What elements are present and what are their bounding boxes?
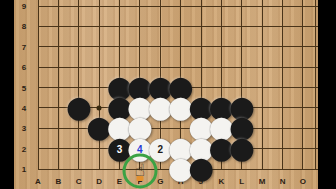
row-label: 5: [22, 83, 26, 92]
grid-line-horizontal: [38, 6, 318, 7]
column-label: K: [219, 177, 225, 186]
grid-line-horizontal: [38, 46, 318, 47]
column-label: O: [300, 177, 306, 186]
column-label: B: [55, 177, 61, 186]
right-letterbox-bar: [318, 0, 336, 189]
row-label: 7: [22, 42, 26, 51]
row-label: 3: [22, 124, 26, 133]
column-label: L: [239, 177, 244, 186]
stone-glyph: ●: [188, 153, 214, 183]
stone-glyph: ●: [229, 132, 255, 162]
stone-black: ●: [231, 138, 252, 159]
row-label: 8: [22, 22, 26, 31]
row-label: 2: [22, 144, 26, 153]
column-label: N: [280, 177, 286, 186]
column-label: E: [117, 177, 122, 186]
row-label: 4: [22, 103, 26, 112]
left-letterbox-bar: [0, 0, 14, 189]
column-label: G: [157, 177, 163, 186]
column-label: A: [35, 177, 41, 186]
column-label: C: [76, 177, 82, 186]
column-label: M: [259, 177, 266, 186]
hand-cuff: [136, 176, 143, 181]
stone-black: ●: [191, 159, 212, 180]
row-label: 6: [22, 63, 26, 72]
grid-line-horizontal: [38, 26, 318, 27]
column-label: D: [96, 177, 102, 186]
row-label: 9: [22, 2, 26, 11]
row-label: 1: [22, 165, 26, 174]
screen: 123456789ABCDEFGHJKLMNO ●●●●●●●●●●●●●●●●…: [0, 0, 336, 189]
go-board[interactable]: 123456789ABCDEFGHJKLMNO ●●●●●●●●●●●●●●●●…: [14, 0, 318, 189]
